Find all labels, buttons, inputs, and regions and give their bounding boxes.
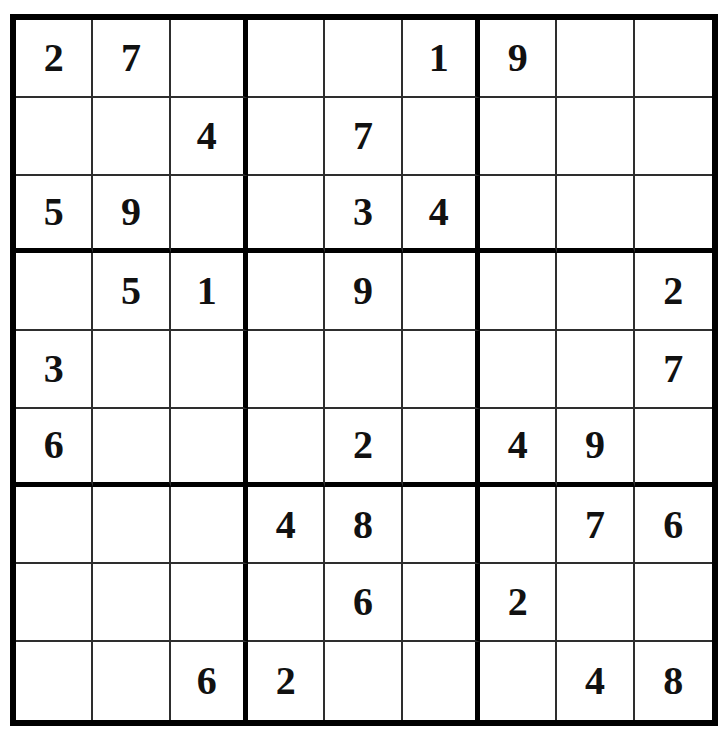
cell-r9c3: 6 [171,642,248,720]
cell-r8c5: 6 [325,564,402,642]
cell-r2c2[interactable] [93,98,170,176]
cell-r1c7: 9 [480,20,557,98]
cell-r9c7[interactable] [480,642,557,720]
cell-r6c5: 2 [325,409,402,487]
cell-r7c3[interactable] [171,487,248,565]
cell-r2c9[interactable] [635,98,712,176]
cell-r1c4[interactable] [248,20,325,98]
cell-r8c7: 2 [480,564,557,642]
cell-r5c9: 7 [635,331,712,409]
cell-r8c8[interactable] [557,564,634,642]
sudoku-board: 271947593451923762494876626248 [10,14,718,726]
cell-r1c9[interactable] [635,20,712,98]
cell-r6c9[interactable] [635,409,712,487]
cell-r3c3[interactable] [171,176,248,254]
cell-r3c1: 5 [16,176,93,254]
cell-r4c1[interactable] [16,253,93,331]
cell-r3c5: 3 [325,176,402,254]
cell-r9c5[interactable] [325,642,402,720]
cell-r9c2[interactable] [93,642,170,720]
cell-r6c6[interactable] [403,409,480,487]
cell-r2c7[interactable] [480,98,557,176]
cell-r4c4[interactable] [248,253,325,331]
cell-r7c1[interactable] [16,487,93,565]
cell-r6c1: 6 [16,409,93,487]
cell-r6c3[interactable] [171,409,248,487]
cell-r2c1[interactable] [16,98,93,176]
cell-r4c3: 1 [171,253,248,331]
cell-r3c8[interactable] [557,176,634,254]
cell-r1c3[interactable] [171,20,248,98]
cell-r6c2[interactable] [93,409,170,487]
cell-r4c9: 2 [635,253,712,331]
cell-r4c7[interactable] [480,253,557,331]
cell-r6c8: 9 [557,409,634,487]
cell-r6c4[interactable] [248,409,325,487]
cell-r3c4[interactable] [248,176,325,254]
cell-r8c9[interactable] [635,564,712,642]
cell-r5c4[interactable] [248,331,325,409]
cell-r7c6[interactable] [403,487,480,565]
cell-r8c4[interactable] [248,564,325,642]
cell-r3c2: 9 [93,176,170,254]
cell-r3c9[interactable] [635,176,712,254]
cell-r5c6[interactable] [403,331,480,409]
cell-r8c1[interactable] [16,564,93,642]
cell-r1c1: 2 [16,20,93,98]
cell-r5c7[interactable] [480,331,557,409]
cell-r2c8[interactable] [557,98,634,176]
cell-r4c6[interactable] [403,253,480,331]
cell-r1c8[interactable] [557,20,634,98]
cell-r3c7[interactable] [480,176,557,254]
cell-r7c9: 6 [635,487,712,565]
cell-r4c5: 9 [325,253,402,331]
cell-r5c3[interactable] [171,331,248,409]
cell-r9c8: 4 [557,642,634,720]
cell-r1c5[interactable] [325,20,402,98]
cell-r8c6[interactable] [403,564,480,642]
cell-r5c1: 3 [16,331,93,409]
cell-r4c8[interactable] [557,253,634,331]
cell-r1c2: 7 [93,20,170,98]
cell-r6c7: 4 [480,409,557,487]
cell-r4c2: 5 [93,253,170,331]
cell-r2c3: 4 [171,98,248,176]
cell-r1c6: 1 [403,20,480,98]
cell-r2c5: 7 [325,98,402,176]
cell-r9c6[interactable] [403,642,480,720]
cell-r7c2[interactable] [93,487,170,565]
cell-r5c8[interactable] [557,331,634,409]
cell-r8c2[interactable] [93,564,170,642]
page: 271947593451923762494876626248 [0,0,728,733]
cell-r3c6: 4 [403,176,480,254]
cell-r2c6[interactable] [403,98,480,176]
cell-r7c4: 4 [248,487,325,565]
cell-r9c4: 2 [248,642,325,720]
cell-r5c2[interactable] [93,331,170,409]
cell-r5c5[interactable] [325,331,402,409]
cell-r8c3[interactable] [171,564,248,642]
cell-r9c1[interactable] [16,642,93,720]
cell-r7c5: 8 [325,487,402,565]
cell-r9c9: 8 [635,642,712,720]
cell-r2c4[interactable] [248,98,325,176]
cell-r7c8: 7 [557,487,634,565]
cell-r7c7[interactable] [480,487,557,565]
